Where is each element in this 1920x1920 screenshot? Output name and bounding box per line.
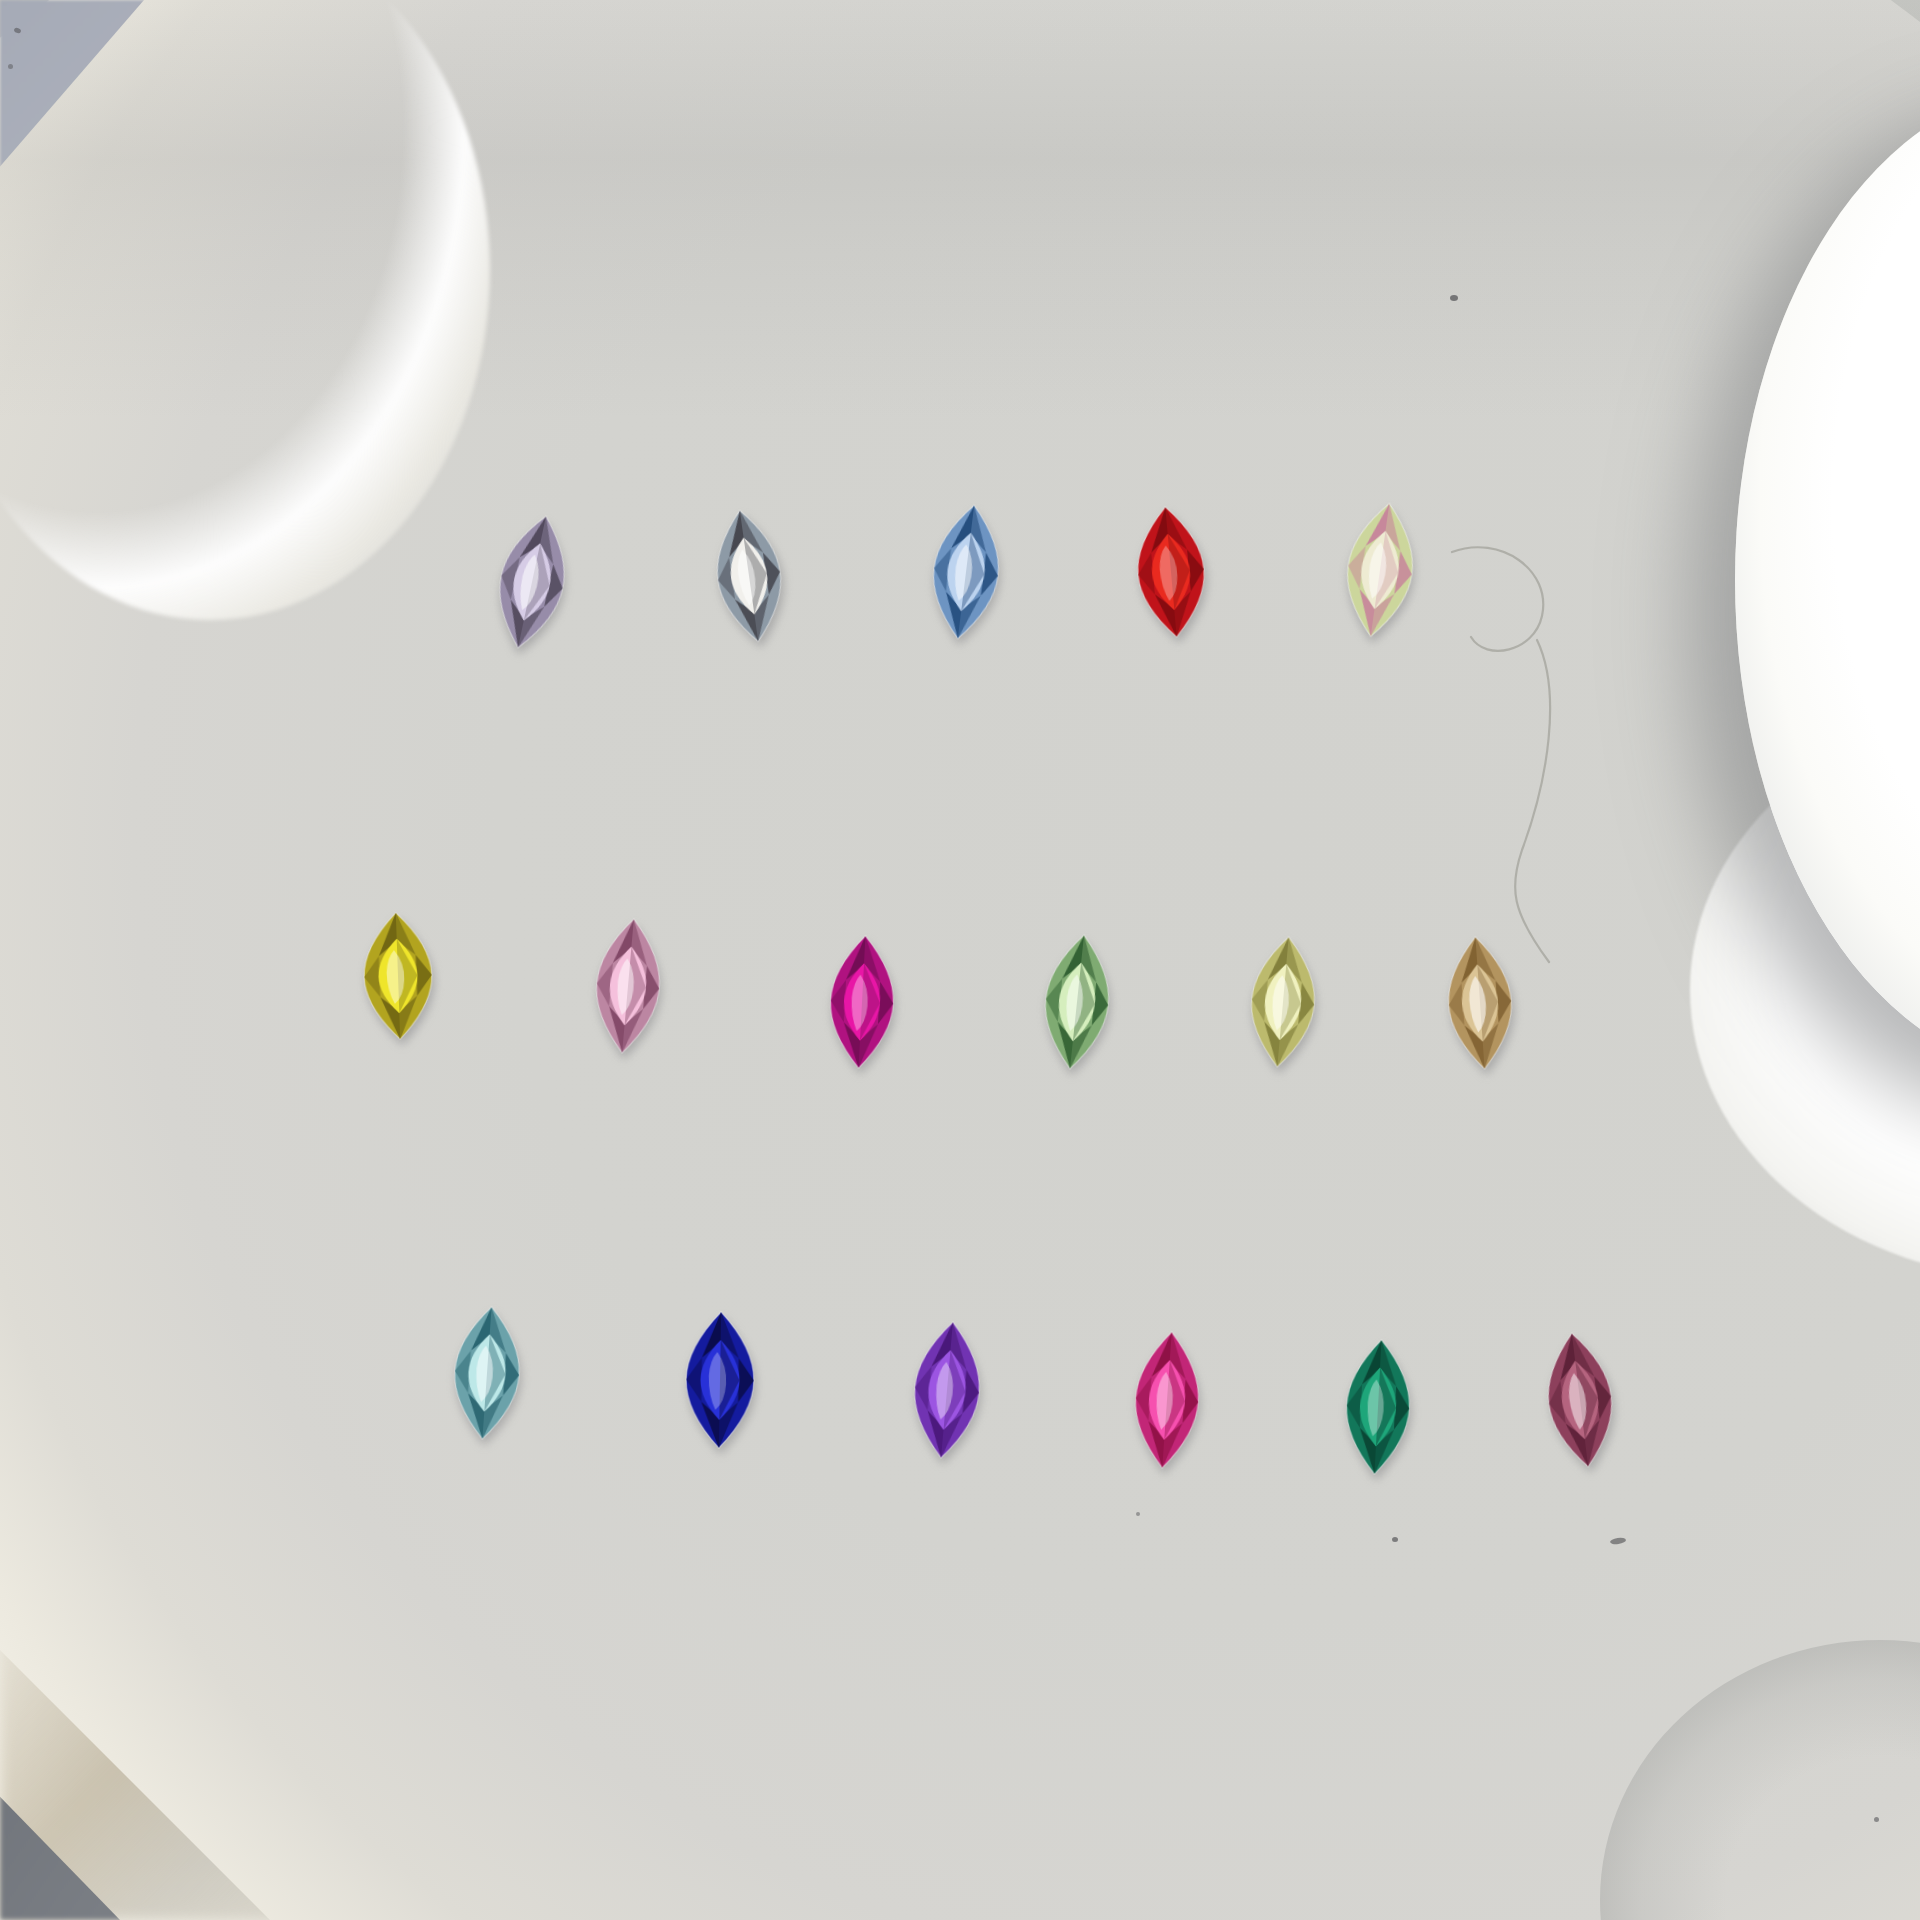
- gem-light-sapphire: [919, 499, 1013, 645]
- gem-rose-pink: [1124, 1328, 1210, 1473]
- gem-violet: [480, 507, 583, 658]
- gem-siam-red: [1125, 502, 1216, 642]
- gem-jonquil: [1239, 932, 1326, 1072]
- gem-crystal-clear: [702, 503, 796, 648]
- gem-light-rose: [584, 914, 672, 1058]
- gem-golden-shadow: [1437, 933, 1522, 1074]
- photo-rhinestones-on-plate: { "scene": { "description": "Overhead pr…: [0, 0, 1920, 1920]
- gem-amethyst-purple: [902, 1317, 992, 1463]
- gem-aquamarine: [443, 1302, 530, 1443]
- gem-amethyst-rose: [1534, 1327, 1626, 1473]
- rhinestone-layer: [0, 0, 1920, 1920]
- gem-fuchsia: [820, 932, 903, 1072]
- gem-emerald-green: [1336, 1336, 1419, 1478]
- gem-crystal-ab: [1332, 496, 1428, 644]
- gem-peridot-green: [1032, 929, 1122, 1074]
- gem-citrine-yellow: [355, 910, 441, 1043]
- gem-cobalt-blue: [678, 1309, 762, 1450]
